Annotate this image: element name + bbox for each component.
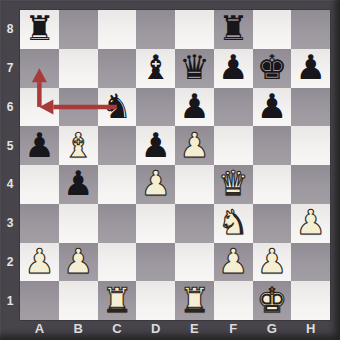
square-b1[interactable] bbox=[59, 281, 98, 320]
rank-labels: 87654321 bbox=[0, 10, 20, 320]
chess-board: ♜♜♝♛♟♚♟♞♟♟♟♝♟♟♟♟♛♞♟♟♟♟♟♜♜♚ bbox=[20, 10, 330, 320]
square-d1[interactable] bbox=[136, 281, 175, 320]
square-h8[interactable] bbox=[291, 10, 330, 49]
white-pawn-b2[interactable]: ♟ bbox=[63, 244, 93, 278]
black-pawn-a5[interactable]: ♟ bbox=[24, 128, 54, 162]
square-b3[interactable] bbox=[59, 204, 98, 243]
square-h3[interactable]: ♟ bbox=[291, 204, 330, 243]
square-d2[interactable] bbox=[136, 243, 175, 282]
square-b6[interactable] bbox=[59, 88, 98, 127]
black-rook-a8[interactable]: ♜ bbox=[24, 11, 54, 45]
square-f3[interactable]: ♞ bbox=[214, 204, 253, 243]
square-d6[interactable] bbox=[136, 88, 175, 127]
black-knight-c6[interactable]: ♞ bbox=[102, 89, 132, 123]
white-pawn-e5[interactable]: ♟ bbox=[179, 128, 209, 162]
black-bishop-d7[interactable]: ♝ bbox=[140, 50, 170, 84]
black-king-g7[interactable]: ♚ bbox=[257, 50, 287, 84]
black-pawn-d5[interactable]: ♟ bbox=[140, 128, 170, 162]
square-a5[interactable]: ♟ bbox=[20, 126, 59, 165]
rank-label-5: 5 bbox=[0, 126, 20, 165]
square-b7[interactable] bbox=[59, 49, 98, 88]
square-g3[interactable] bbox=[253, 204, 292, 243]
square-c6[interactable]: ♞ bbox=[98, 88, 137, 127]
file-label-e: E bbox=[175, 318, 214, 340]
file-label-g: G bbox=[253, 318, 292, 340]
square-c7[interactable] bbox=[98, 49, 137, 88]
black-pawn-e6[interactable]: ♟ bbox=[179, 89, 209, 123]
square-d7[interactable]: ♝ bbox=[136, 49, 175, 88]
white-knight-f3[interactable]: ♞ bbox=[218, 205, 248, 239]
square-g1[interactable]: ♚ bbox=[253, 281, 292, 320]
rank-label-3: 3 bbox=[0, 204, 20, 243]
square-h1[interactable] bbox=[291, 281, 330, 320]
rank-label-8: 8 bbox=[0, 10, 20, 49]
white-pawn-g2[interactable]: ♟ bbox=[257, 244, 287, 278]
white-pawn-f2[interactable]: ♟ bbox=[218, 244, 248, 278]
square-b2[interactable]: ♟ bbox=[59, 243, 98, 282]
square-c4[interactable] bbox=[98, 165, 137, 204]
square-h4[interactable] bbox=[291, 165, 330, 204]
square-d8[interactable] bbox=[136, 10, 175, 49]
square-d4[interactable]: ♟ bbox=[136, 165, 175, 204]
square-f7[interactable]: ♟ bbox=[214, 49, 253, 88]
square-f2[interactable]: ♟ bbox=[214, 243, 253, 282]
square-f1[interactable] bbox=[214, 281, 253, 320]
square-c3[interactable] bbox=[98, 204, 137, 243]
square-g8[interactable] bbox=[253, 10, 292, 49]
square-e1[interactable]: ♜ bbox=[175, 281, 214, 320]
file-label-c: C bbox=[98, 318, 137, 340]
file-label-a: A bbox=[20, 318, 59, 340]
file-labels: ABCDEFGH bbox=[20, 318, 330, 340]
file-label-b: B bbox=[59, 318, 98, 340]
rank-label-4: 4 bbox=[0, 165, 20, 204]
square-a8[interactable]: ♜ bbox=[20, 10, 59, 49]
black-pawn-g6[interactable]: ♟ bbox=[257, 89, 287, 123]
square-g6[interactable]: ♟ bbox=[253, 88, 292, 127]
square-d3[interactable] bbox=[136, 204, 175, 243]
white-pawn-h3[interactable]: ♟ bbox=[295, 205, 325, 239]
black-queen-e7[interactable]: ♛ bbox=[179, 50, 209, 84]
square-e7[interactable]: ♛ bbox=[175, 49, 214, 88]
square-a1[interactable] bbox=[20, 281, 59, 320]
square-f6[interactable] bbox=[214, 88, 253, 127]
square-g5[interactable] bbox=[253, 126, 292, 165]
black-pawn-h7[interactable]: ♟ bbox=[295, 50, 325, 84]
square-c8[interactable] bbox=[98, 10, 137, 49]
square-e8[interactable] bbox=[175, 10, 214, 49]
square-e5[interactable]: ♟ bbox=[175, 126, 214, 165]
square-a3[interactable] bbox=[20, 204, 59, 243]
square-h5[interactable] bbox=[291, 126, 330, 165]
white-pawn-a2[interactable]: ♟ bbox=[24, 244, 54, 278]
white-rook-c1[interactable]: ♜ bbox=[102, 283, 132, 317]
black-rook-f8[interactable]: ♜ bbox=[218, 11, 248, 45]
rank-label-1: 1 bbox=[0, 281, 20, 320]
square-a4[interactable] bbox=[20, 165, 59, 204]
square-c5[interactable] bbox=[98, 126, 137, 165]
square-c2[interactable] bbox=[98, 243, 137, 282]
square-h6[interactable] bbox=[291, 88, 330, 127]
file-label-f: F bbox=[214, 318, 253, 340]
square-f8[interactable]: ♜ bbox=[214, 10, 253, 49]
square-b5[interactable]: ♝ bbox=[59, 126, 98, 165]
square-g4[interactable] bbox=[253, 165, 292, 204]
black-pawn-f7[interactable]: ♟ bbox=[218, 50, 248, 84]
rank-label-2: 2 bbox=[0, 243, 20, 282]
square-a6[interactable] bbox=[20, 88, 59, 127]
chess-board-frame: 87654321 ♜♜♝♛♟♚♟♞♟♟♟♝♟♟♟♟♛♞♟♟♟♟♟♜♜♚ ABCD… bbox=[0, 0, 340, 340]
white-queen-f4[interactable]: ♛ bbox=[218, 166, 248, 200]
white-rook-e1[interactable]: ♜ bbox=[179, 283, 209, 317]
square-c1[interactable]: ♜ bbox=[98, 281, 137, 320]
square-h2[interactable] bbox=[291, 243, 330, 282]
square-f5[interactable] bbox=[214, 126, 253, 165]
square-f4[interactable]: ♛ bbox=[214, 165, 253, 204]
white-king-g1[interactable]: ♚ bbox=[257, 283, 287, 317]
square-b4[interactable]: ♟ bbox=[59, 165, 98, 204]
square-e2[interactable] bbox=[175, 243, 214, 282]
square-a2[interactable]: ♟ bbox=[20, 243, 59, 282]
square-b8[interactable] bbox=[59, 10, 98, 49]
square-d5[interactable]: ♟ bbox=[136, 126, 175, 165]
square-e6[interactable]: ♟ bbox=[175, 88, 214, 127]
square-g7[interactable]: ♚ bbox=[253, 49, 292, 88]
white-bishop-b5[interactable]: ♝ bbox=[63, 128, 93, 162]
square-e4[interactable] bbox=[175, 165, 214, 204]
square-e3[interactable] bbox=[175, 204, 214, 243]
black-pawn-b4[interactable]: ♟ bbox=[63, 166, 93, 200]
file-label-d: D bbox=[136, 318, 175, 340]
square-h7[interactable]: ♟ bbox=[291, 49, 330, 88]
file-label-h: H bbox=[291, 318, 330, 340]
rank-label-6: 6 bbox=[0, 88, 20, 127]
square-g2[interactable]: ♟ bbox=[253, 243, 292, 282]
white-pawn-d4[interactable]: ♟ bbox=[140, 166, 170, 200]
square-a7[interactable] bbox=[20, 49, 59, 88]
rank-label-7: 7 bbox=[0, 49, 20, 88]
